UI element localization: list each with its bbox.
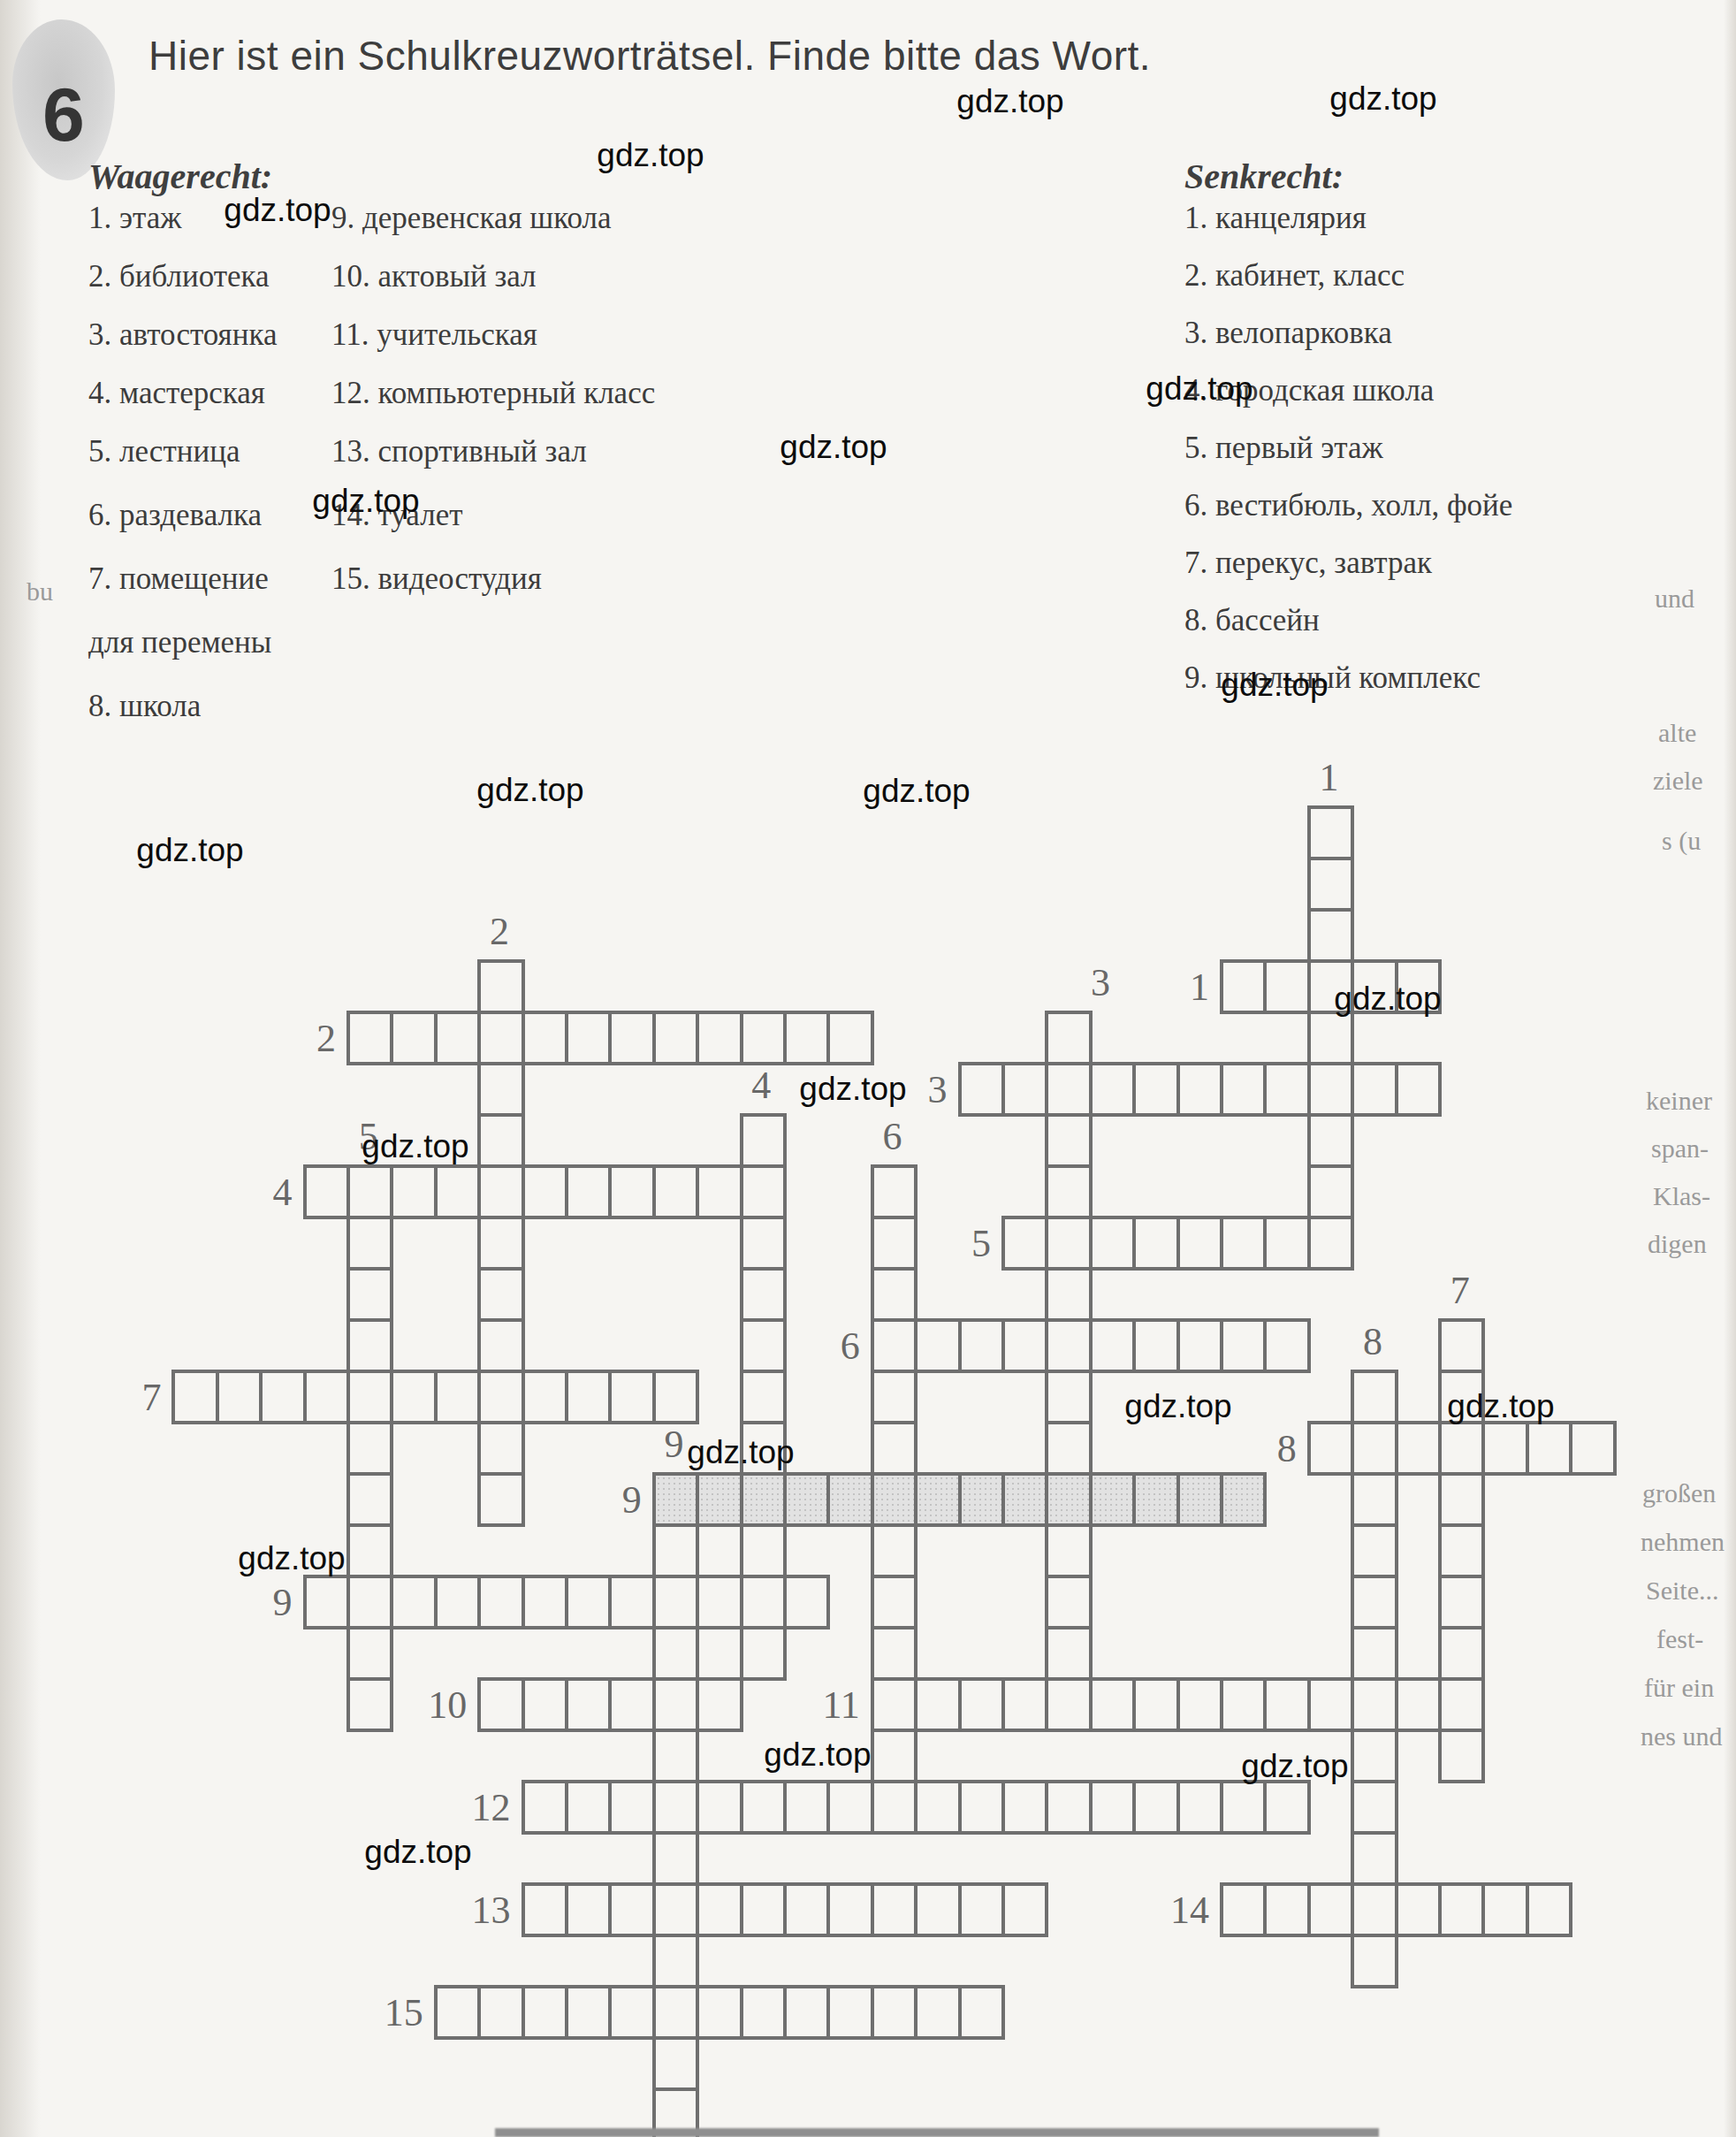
solution-cell[interactable] [871, 1472, 917, 1527]
grid-cell[interactable] [871, 1318, 917, 1373]
grid-cell[interactable] [1045, 1113, 1092, 1168]
grid-cell[interactable] [477, 1267, 524, 1322]
grid-cell[interactable] [1307, 1421, 1354, 1476]
grid-cell[interactable] [1220, 1780, 1267, 1835]
grid-cell[interactable] [1526, 1882, 1572, 1937]
grid-cell[interactable] [477, 1216, 524, 1271]
grid-cell[interactable] [1263, 1318, 1310, 1373]
grid-cell[interactable] [1089, 1062, 1136, 1117]
grid-cell[interactable] [652, 2036, 699, 2091]
solution-cell[interactable] [652, 1472, 699, 1527]
grid-cell[interactable] [1045, 1318, 1092, 1373]
grid-cell[interactable] [434, 1011, 481, 1065]
gdz-watermark: gdz.top [238, 1540, 345, 1577]
solution-cell[interactable] [1132, 1472, 1179, 1527]
grid-cell[interactable] [608, 1370, 655, 1424]
grid-cell[interactable] [1438, 1882, 1485, 1937]
grid-number-across-11: 11 [789, 1683, 860, 1728]
grid-cell[interactable] [826, 1882, 873, 1937]
grid-cell[interactable] [346, 1626, 393, 1681]
grid-cell[interactable] [871, 1882, 917, 1937]
grid-cell[interactable] [608, 1985, 655, 2040]
margin-text-fragment: Seite... [1646, 1576, 1719, 1606]
grid-cell[interactable] [826, 1780, 873, 1835]
grid-cell[interactable] [740, 1780, 787, 1835]
grid-cell[interactable] [477, 1318, 524, 1373]
grid-cell[interactable] [1220, 1062, 1267, 1117]
grid-cell[interactable] [1220, 1216, 1267, 1271]
grid-cell[interactable] [346, 1677, 393, 1732]
gdz-watermark: gdz.top [362, 1128, 468, 1165]
grid-cell[interactable] [1438, 1318, 1485, 1373]
grid-cell[interactable] [652, 1523, 699, 1578]
solution-cell[interactable] [740, 1472, 787, 1527]
grid-number-across-9: 9 [222, 1580, 293, 1625]
grid-cell[interactable] [1351, 1831, 1397, 1886]
grid-cell[interactable] [1176, 1062, 1223, 1117]
grid-cell[interactable] [1395, 1677, 1442, 1732]
grid-cell[interactable] [1001, 1780, 1048, 1835]
grid-cell[interactable] [1351, 1626, 1397, 1681]
grid-cell[interactable] [958, 1318, 1005, 1373]
grid-cell[interactable] [1307, 1011, 1354, 1065]
gdz-watermark: gdz.top [1124, 1388, 1231, 1425]
grid-cell[interactable] [740, 1985, 787, 2040]
grid-cell[interactable] [1220, 1882, 1267, 1937]
grid-cell[interactable] [565, 1370, 612, 1424]
down-clue: 1. канцелярия [1184, 187, 1367, 250]
grid-cell[interactable] [783, 1882, 830, 1937]
grid-cell[interactable] [1438, 1421, 1485, 1476]
grid-cell[interactable] [1045, 1626, 1092, 1681]
grid-cell[interactable] [434, 1164, 481, 1219]
grid-cell[interactable] [1351, 1882, 1397, 1937]
grid-number-across-9: 9 [571, 1477, 642, 1523]
grid-cell[interactable] [958, 1882, 1005, 1937]
grid-cell[interactable] [652, 1626, 699, 1681]
grid-cell[interactable] [1263, 1780, 1310, 1835]
grid-cell[interactable] [171, 1370, 218, 1424]
grid-cell[interactable] [652, 1370, 699, 1424]
grid-cell[interactable] [1481, 1882, 1528, 1937]
page-title: Hier ist ein Schulkreuzworträtsel. Finde… [148, 32, 1563, 80]
grid-cell[interactable] [958, 1677, 1005, 1732]
grid-cell[interactable] [608, 1677, 655, 1732]
grid-cell[interactable] [1438, 1472, 1485, 1527]
grid-cell[interactable] [1045, 1011, 1092, 1065]
grid-cell[interactable] [1132, 1318, 1179, 1373]
grid-cell[interactable] [522, 1370, 568, 1424]
grid-number-down-8: 8 [1363, 1319, 1382, 1364]
grid-cell[interactable] [740, 1216, 787, 1271]
grid-cell[interactable] [740, 1575, 787, 1629]
grid-cell[interactable] [740, 1523, 787, 1578]
grid-cell[interactable] [1263, 1216, 1310, 1271]
gdz-watermark: gdz.top [136, 832, 243, 869]
grid-cell[interactable] [1045, 1062, 1092, 1117]
gdz-watermark: gdz.top [863, 773, 970, 810]
grid-cell[interactable] [914, 1318, 961, 1373]
grid-cell[interactable] [565, 1882, 612, 1937]
grid-cell[interactable] [1307, 1164, 1354, 1219]
grid-cell[interactable] [346, 1216, 393, 1271]
grid-cell[interactable] [1263, 1062, 1310, 1117]
grid-cell[interactable] [259, 1370, 306, 1424]
gdz-watermark: gdz.top [476, 772, 583, 809]
grid-cell[interactable] [652, 1011, 699, 1065]
grid-number-across-7: 7 [90, 1375, 161, 1420]
grid-cell[interactable] [390, 1164, 437, 1219]
grid-number-across-1: 1 [1138, 965, 1209, 1010]
grid-cell[interactable] [303, 1575, 350, 1629]
grid-cell[interactable] [1045, 1575, 1092, 1629]
grid-cell[interactable] [1001, 1882, 1048, 1937]
across-clue: 1. этаж [88, 187, 181, 250]
grid-cell[interactable] [390, 1575, 437, 1629]
grid-cell[interactable] [1526, 1421, 1572, 1476]
page-bottom-scan-artifact [495, 2128, 1379, 2137]
gdz-watermark: gdz.top [312, 483, 419, 520]
grid-number-across-14: 14 [1138, 1888, 1209, 1933]
grid-cell[interactable] [871, 1523, 917, 1578]
grid-cell[interactable] [1132, 1677, 1179, 1732]
grid-cell[interactable] [1395, 1421, 1442, 1476]
grid-cell[interactable] [1263, 1882, 1310, 1937]
grid-cell[interactable] [783, 1575, 830, 1629]
grid-cell[interactable] [434, 1985, 481, 2040]
workbook-page: 6 Hier ist ein Schulkreuzworträtsel. Fin… [0, 0, 1736, 2137]
grid-cell[interactable] [914, 1780, 961, 1835]
grid-cell[interactable] [783, 1780, 830, 1835]
grid-cell[interactable] [871, 1985, 917, 2040]
grid-cell[interactable] [740, 1882, 787, 1937]
gdz-watermark: gdz.top [687, 1434, 794, 1471]
grid-number-down-7: 7 [1450, 1268, 1470, 1313]
grid-cell[interactable] [871, 1421, 917, 1476]
grid-cell[interactable] [477, 1421, 524, 1476]
grid-cell[interactable] [696, 1780, 742, 1835]
grid-cell[interactable] [914, 1677, 961, 1732]
grid-number-across-12: 12 [440, 1785, 511, 1830]
gdz-watermark: gdz.top [597, 137, 704, 174]
grid-cell[interactable] [477, 1575, 524, 1629]
grid-cell[interactable] [1351, 1575, 1397, 1629]
grid-cell[interactable] [1132, 1216, 1179, 1271]
grid-cell[interactable] [346, 1267, 393, 1322]
grid-cell[interactable] [477, 1677, 524, 1732]
grid-cell[interactable] [346, 1472, 393, 1527]
grid-cell[interactable] [1001, 1062, 1048, 1117]
grid-cell[interactable] [522, 1985, 568, 2040]
grid-cell[interactable] [1045, 1370, 1092, 1424]
grid-cell[interactable] [1263, 1677, 1310, 1732]
grid-cell[interactable] [477, 1011, 524, 1065]
grid-cell[interactable] [1045, 1677, 1092, 1732]
grid-cell[interactable] [346, 1164, 393, 1219]
across-clue: 12. компьютерный класс [331, 362, 655, 425]
grid-cell[interactable] [1438, 1677, 1485, 1732]
grid-cell[interactable] [1351, 1677, 1397, 1732]
margin-text-fragment: nehmen [1641, 1527, 1725, 1557]
grid-cell[interactable] [1307, 805, 1354, 860]
grid-cell[interactable] [1089, 1677, 1136, 1732]
grid-cell[interactable] [434, 1370, 481, 1424]
grid-cell[interactable] [522, 1780, 568, 1835]
grid-cell[interactable] [1176, 1677, 1223, 1732]
grid-cell[interactable] [608, 1011, 655, 1065]
grid-cell[interactable] [1176, 1318, 1223, 1373]
grid-cell[interactable] [871, 1164, 917, 1219]
grid-number-across-4: 4 [222, 1170, 293, 1215]
down-clue: 8. бассейн [1184, 589, 1320, 653]
across-clue: 5. лестница [88, 420, 240, 484]
grid-cell[interactable] [871, 1267, 917, 1322]
grid-cell[interactable] [696, 1985, 742, 2040]
grid-number-down-9: 9 [665, 1422, 684, 1467]
grid-cell[interactable] [477, 1164, 524, 1219]
grid-cell[interactable] [696, 1164, 742, 1219]
grid-cell[interactable] [608, 1882, 655, 1937]
grid-cell[interactable] [1045, 1523, 1092, 1578]
grid-cell[interactable] [652, 1575, 699, 1629]
grid-cell[interactable] [346, 1011, 393, 1065]
grid-cell[interactable] [346, 1421, 393, 1476]
grid-cell[interactable] [565, 1985, 612, 2040]
grid-cell[interactable] [652, 1780, 699, 1835]
grid-cell[interactable] [1351, 1780, 1397, 1835]
grid-cell[interactable] [1045, 1421, 1092, 1476]
grid-cell[interactable] [565, 1575, 612, 1629]
grid-cell[interactable] [740, 1267, 787, 1322]
grid-number-down-4: 4 [751, 1063, 771, 1108]
margin-text-fragment: für ein [1644, 1673, 1714, 1703]
gdz-watermark: gdz.top [1334, 981, 1441, 1018]
grid-cell[interactable] [871, 1677, 917, 1732]
grid-number-across-13: 13 [440, 1888, 511, 1933]
grid-cell[interactable] [565, 1677, 612, 1732]
grid-cell[interactable] [1438, 1523, 1485, 1578]
down-clue: 6. вестибюль, холл, фойе [1184, 474, 1512, 538]
gdz-watermark: gdz.top [224, 192, 331, 229]
down-clue: 2. кабинет, класс [1184, 244, 1405, 308]
grid-cell[interactable] [740, 1370, 787, 1424]
grid-cell[interactable] [346, 1318, 393, 1373]
grid-cell[interactable] [477, 959, 524, 1014]
grid-cell[interactable] [1351, 1934, 1397, 1988]
grid-cell[interactable] [1307, 1216, 1354, 1271]
grid-number-across-2: 2 [265, 1016, 336, 1061]
grid-cell[interactable] [740, 1113, 787, 1168]
grid-cell[interactable] [740, 1011, 787, 1065]
grid-cell[interactable] [1351, 1062, 1397, 1117]
grid-cell[interactable] [522, 1164, 568, 1219]
grid-cell[interactable] [652, 1831, 699, 1886]
grid-cell[interactable] [390, 1370, 437, 1424]
gdz-watermark: gdz.top [1221, 667, 1328, 704]
grid-cell[interactable] [1307, 1113, 1354, 1168]
grid-cell[interactable] [871, 1216, 917, 1271]
grid-cell[interactable] [1045, 1267, 1092, 1322]
solution-cell[interactable] [1176, 1472, 1223, 1527]
grid-cell[interactable] [1307, 908, 1354, 963]
grid-cell[interactable] [958, 1780, 1005, 1835]
grid-cell[interactable] [1351, 1523, 1397, 1578]
grid-cell[interactable] [1395, 1882, 1442, 1937]
grid-cell[interactable] [1481, 1421, 1528, 1476]
margin-text-fragment: und [1655, 584, 1694, 614]
across-clue: 10. актовый зал [331, 245, 537, 309]
grid-cell[interactable] [696, 1677, 742, 1732]
grid-cell[interactable] [1438, 1626, 1485, 1681]
grid-cell[interactable] [565, 1780, 612, 1835]
across-clue: 6. раздевалка [88, 484, 262, 547]
grid-cell[interactable] [1089, 1318, 1136, 1373]
gdz-watermark: gdz.top [956, 83, 1063, 120]
grid-cell[interactable] [1307, 1677, 1354, 1732]
grid-cell[interactable] [1307, 857, 1354, 912]
grid-cell[interactable] [740, 1164, 787, 1219]
grid-number-across-5: 5 [920, 1221, 991, 1266]
grid-cell[interactable] [1307, 1062, 1354, 1117]
grid-cell[interactable] [565, 1011, 612, 1065]
grid-number-down-3: 3 [1091, 960, 1110, 1005]
grid-cell[interactable] [1220, 1677, 1267, 1732]
margin-text-fragment: großen [1642, 1478, 1716, 1508]
solution-cell[interactable] [696, 1472, 742, 1527]
exercise-number: 6 [42, 71, 85, 158]
grid-number-down-2: 2 [490, 909, 509, 954]
grid-cell[interactable] [346, 1575, 393, 1629]
grid-cell[interactable] [1438, 1729, 1485, 1783]
grid-cell[interactable] [914, 1985, 961, 2040]
down-clue: 7. перекус, завтрак [1184, 531, 1432, 595]
grid-cell[interactable] [652, 1164, 699, 1219]
grid-cell[interactable] [1045, 1164, 1092, 1219]
grid-cell[interactable] [696, 1011, 742, 1065]
grid-cell[interactable] [477, 1472, 524, 1527]
grid-cell[interactable] [1132, 1062, 1179, 1117]
grid-cell[interactable] [477, 1062, 524, 1117]
grid-cell[interactable] [783, 1011, 830, 1065]
grid-number-across-10: 10 [396, 1683, 467, 1728]
grid-cell[interactable] [1263, 959, 1310, 1014]
grid-cell[interactable] [1132, 1780, 1179, 1835]
grid-cell[interactable] [303, 1164, 350, 1219]
grid-cell[interactable] [522, 1882, 568, 1937]
grid-cell[interactable] [826, 1985, 873, 2040]
gdz-watermark: gdz.top [1241, 1748, 1348, 1785]
grid-cell[interactable] [1045, 1780, 1092, 1835]
grid-cell[interactable] [477, 1985, 524, 2040]
grid-cell[interactable] [477, 1370, 524, 1424]
grid-cell[interactable] [1089, 1780, 1136, 1835]
grid-cell[interactable] [740, 1626, 787, 1681]
grid-cell[interactable] [1351, 1370, 1397, 1424]
grid-cell[interactable] [871, 1626, 917, 1681]
grid-cell[interactable] [1395, 1062, 1442, 1117]
across-clue: 2. библиотека [88, 245, 270, 309]
grid-cell[interactable] [216, 1370, 263, 1424]
grid-cell[interactable] [1176, 1780, 1223, 1835]
grid-cell[interactable] [826, 1011, 873, 1065]
grid-cell[interactable] [1220, 1318, 1267, 1373]
solution-cell[interactable] [1089, 1472, 1136, 1527]
solution-cell[interactable] [958, 1472, 1005, 1527]
grid-cell[interactable] [1001, 1216, 1048, 1271]
grid-cell[interactable] [434, 1575, 481, 1629]
grid-cell[interactable] [522, 1011, 568, 1065]
grid-cell[interactable] [871, 1575, 917, 1629]
grid-cell[interactable] [1438, 1575, 1485, 1629]
grid-cell[interactable] [871, 1729, 917, 1783]
grid-cell[interactable] [914, 1882, 961, 1937]
grid-cell[interactable] [1351, 1472, 1397, 1527]
grid-cell[interactable] [652, 1934, 699, 1988]
solution-cell[interactable] [1001, 1472, 1048, 1527]
margin-text-fragment: digen [1648, 1229, 1707, 1259]
grid-cell[interactable] [1351, 1729, 1397, 1783]
gdz-watermark: gdz.top [799, 1071, 906, 1108]
grid-cell[interactable] [522, 1575, 568, 1629]
margin-text-fragment: ziele [1653, 766, 1703, 796]
grid-cell[interactable] [608, 1780, 655, 1835]
grid-cell[interactable] [1569, 1421, 1616, 1476]
grid-cell[interactable] [1001, 1318, 1048, 1373]
solution-cell[interactable] [914, 1472, 961, 1527]
grid-cell[interactable] [303, 1370, 350, 1424]
grid-cell[interactable] [652, 1677, 699, 1732]
solution-cell[interactable] [1220, 1472, 1267, 1527]
grid-cell[interactable] [958, 1062, 1005, 1117]
grid-cell[interactable] [390, 1011, 437, 1065]
grid-cell[interactable] [346, 1523, 393, 1578]
grid-cell[interactable] [1351, 1421, 1397, 1476]
grid-cell[interactable] [652, 1729, 699, 1783]
gdz-watermark: gdz.top [1447, 1388, 1554, 1425]
grid-cell[interactable] [565, 1164, 612, 1219]
grid-cell[interactable] [871, 1370, 917, 1424]
margin-text-fragment: span- [1651, 1133, 1709, 1164]
grid-cell[interactable] [958, 1985, 1005, 2040]
grid-cell[interactable] [696, 1575, 742, 1629]
grid-cell[interactable] [1001, 1677, 1048, 1732]
grid-cell[interactable] [1220, 959, 1267, 1014]
grid-cell[interactable] [652, 1985, 699, 2040]
grid-cell[interactable] [346, 1370, 393, 1424]
grid-cell[interactable] [696, 1882, 742, 1937]
grid-cell[interactable] [1045, 1216, 1092, 1271]
grid-cell[interactable] [608, 1575, 655, 1629]
grid-cell[interactable] [1089, 1216, 1136, 1271]
grid-cell[interactable] [783, 1985, 830, 2040]
grid-cell[interactable] [1307, 1882, 1354, 1937]
grid-cell[interactable] [522, 1677, 568, 1732]
grid-cell[interactable] [1176, 1216, 1223, 1271]
grid-cell[interactable] [740, 1318, 787, 1373]
margin-text-fragment: keiner [1646, 1086, 1712, 1116]
solution-cell[interactable] [826, 1472, 873, 1527]
across-clue: 4. мастерская [88, 362, 265, 425]
solution-cell[interactable] [1045, 1472, 1092, 1527]
grid-cell[interactable] [871, 1780, 917, 1835]
grid-number-down-6: 6 [883, 1114, 902, 1159]
grid-cell[interactable] [608, 1164, 655, 1219]
across-clue: 11. учительская [331, 303, 537, 367]
solution-cell[interactable] [783, 1472, 830, 1527]
down-clue: 3. велопарковка [1184, 301, 1392, 365]
grid-cell[interactable] [652, 1882, 699, 1937]
grid-cell[interactable] [477, 1113, 524, 1168]
